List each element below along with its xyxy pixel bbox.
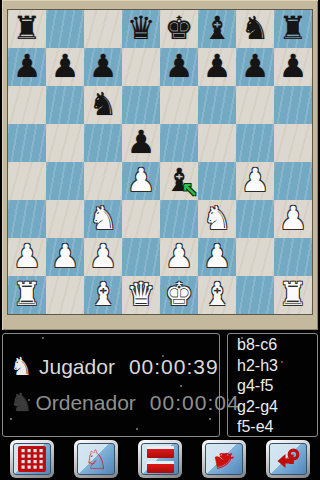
- square-a6[interactable]: [8, 86, 46, 124]
- white-pawn: ♟: [236, 162, 274, 200]
- player-label: Jugador: [39, 355, 115, 379]
- square-a5[interactable]: [8, 124, 46, 162]
- board-frame: ♜♛♚♝♞♜♟♟♟♟♟♟♟♞♟♟♝↖♟♞♞♟♟♟♟♟♟♜♝♛♚♝♜: [2, 0, 318, 330]
- square-g3[interactable]: [236, 200, 274, 238]
- square-a3[interactable]: [8, 200, 46, 238]
- pieces-button[interactable]: ♘: [74, 440, 118, 478]
- white-pawn: ♟: [8, 238, 46, 276]
- move-entry: h2-h3: [237, 356, 317, 377]
- black-pawn: ♟: [274, 48, 312, 86]
- square-c6[interactable]: ♞: [84, 86, 122, 124]
- white-knight: ♞: [198, 200, 236, 238]
- square-f3[interactable]: ♞: [198, 200, 236, 238]
- square-g8[interactable]: ♞: [236, 10, 274, 48]
- takeback-button[interactable]: [266, 440, 310, 478]
- computer-label: Ordenador: [35, 391, 135, 415]
- square-c1[interactable]: ♝: [84, 276, 122, 314]
- square-b5[interactable]: [46, 124, 84, 162]
- white-rook: ♜: [8, 276, 46, 314]
- white-rook: ♜: [274, 276, 312, 314]
- square-g6[interactable]: [236, 86, 274, 124]
- square-b2[interactable]: ♟: [46, 238, 84, 276]
- black-king: ♚: [160, 10, 198, 48]
- player-clock-row: ♞ Jugador 00:00:39: [10, 353, 219, 381]
- square-g4[interactable]: ♟: [236, 162, 274, 200]
- white-pawn: ♟: [198, 238, 236, 276]
- white-pawn: ♟: [160, 238, 198, 276]
- grid-board-icon: [18, 446, 46, 472]
- square-e5[interactable]: [160, 124, 198, 162]
- move-entry: b8-c6: [237, 335, 317, 356]
- square-d8[interactable]: ♛: [122, 10, 160, 48]
- white-knight: ♞: [84, 200, 122, 238]
- square-e8[interactable]: ♚: [160, 10, 198, 48]
- black-knight-icon: ♞: [10, 389, 32, 417]
- square-f8[interactable]: ♝: [198, 10, 236, 48]
- square-h8[interactable]: ♜: [274, 10, 312, 48]
- square-d3[interactable]: [122, 200, 160, 238]
- black-bishop: ♝: [198, 10, 236, 48]
- square-c2[interactable]: ♟: [84, 238, 122, 276]
- square-b6[interactable]: [46, 86, 84, 124]
- square-e7[interactable]: ♟: [160, 48, 198, 86]
- square-d7[interactable]: [122, 48, 160, 86]
- black-queen: ♛: [122, 10, 160, 48]
- square-f2[interactable]: ♟: [198, 238, 236, 276]
- resign-button[interactable]: ♞: [202, 440, 246, 478]
- board-button[interactable]: [10, 440, 54, 478]
- square-g7[interactable]: ♟: [236, 48, 274, 86]
- white-pawn: ♟: [84, 238, 122, 276]
- black-pawn: ♟: [46, 48, 84, 86]
- square-h3[interactable]: ♟: [274, 200, 312, 238]
- square-e3[interactable]: [160, 200, 198, 238]
- move-entry: f5-e4: [237, 417, 317, 438]
- square-c5[interactable]: [84, 124, 122, 162]
- square-h6[interactable]: [274, 86, 312, 124]
- square-d5[interactable]: ♟: [122, 124, 160, 162]
- white-king: ♚: [160, 276, 198, 314]
- square-c7[interactable]: ♟: [84, 48, 122, 86]
- black-pawn: ♟: [198, 48, 236, 86]
- fallen-knight-icon: ♞: [210, 446, 240, 474]
- black-pawn: ♟: [236, 48, 274, 86]
- move-entry: g4-f5: [237, 376, 317, 397]
- black-rook: ♜: [274, 10, 312, 48]
- square-c8[interactable]: [84, 10, 122, 48]
- black-pawn: ♟: [160, 48, 198, 86]
- square-a8[interactable]: ♜: [8, 10, 46, 48]
- last-move-arrow-icon: ↖: [181, 178, 198, 200]
- white-bishop: ♝: [84, 276, 122, 314]
- square-e6[interactable]: [160, 86, 198, 124]
- double-bar-icon: [147, 446, 174, 473]
- menu-button[interactable]: [138, 440, 182, 478]
- square-e1[interactable]: ♚: [160, 276, 198, 314]
- square-g2[interactable]: [236, 238, 274, 276]
- square-b1[interactable]: [46, 276, 84, 314]
- square-c4[interactable]: [84, 162, 122, 200]
- square-b8[interactable]: [46, 10, 84, 48]
- square-d1[interactable]: ♛: [122, 276, 160, 314]
- black-knight: ♞: [84, 86, 122, 124]
- square-b4[interactable]: [46, 162, 84, 200]
- chess-board[interactable]: ♜♛♚♝♞♜♟♟♟♟♟♟♟♞♟♟♝↖♟♞♞♟♟♟♟♟♟♜♝♛♚♝♜: [7, 9, 313, 315]
- move-list: b8-c6 h2-h3 g4-f5 g2-g4 f5-e4: [227, 333, 318, 437]
- white-pawn: ♟: [274, 200, 312, 238]
- player-time: 00:00:39: [129, 355, 219, 379]
- square-e4[interactable]: ♝↖: [160, 162, 198, 200]
- square-g1[interactable]: [236, 276, 274, 314]
- undo-arrow-icon: [275, 446, 301, 472]
- white-pawn: ♟: [46, 238, 84, 276]
- square-f5[interactable]: [198, 124, 236, 162]
- black-pawn: ♟: [122, 124, 160, 162]
- white-queen: ♛: [122, 276, 160, 314]
- computer-clock-row: ♞ Ordenador 00:00:04: [10, 389, 219, 417]
- square-h1[interactable]: ♜: [274, 276, 312, 314]
- square-h7[interactable]: ♟: [274, 48, 312, 86]
- white-pawn: ♟: [122, 162, 160, 200]
- square-d4[interactable]: ♟: [122, 162, 160, 200]
- knight-outline-icon: ♘: [84, 446, 108, 473]
- square-d2[interactable]: [122, 238, 160, 276]
- square-f7[interactable]: ♟: [198, 48, 236, 86]
- white-bishop: ♝: [198, 276, 236, 314]
- square-a2[interactable]: ♟: [8, 238, 46, 276]
- square-f1[interactable]: ♝: [198, 276, 236, 314]
- square-e2[interactable]: ♟: [160, 238, 198, 276]
- square-a1[interactable]: ♜: [8, 276, 46, 314]
- square-d6[interactable]: [122, 86, 160, 124]
- square-g5[interactable]: [236, 124, 274, 162]
- toolbar: ♘ ♞: [0, 440, 320, 480]
- square-f4[interactable]: [198, 162, 236, 200]
- black-pawn: ♟: [84, 48, 122, 86]
- square-a4[interactable]: [8, 162, 46, 200]
- move-entry: g2-g4: [237, 397, 317, 418]
- square-h2[interactable]: [274, 238, 312, 276]
- square-b7[interactable]: ♟: [46, 48, 84, 86]
- black-knight: ♞: [236, 10, 274, 48]
- white-knight-icon: ♞: [10, 353, 36, 381]
- clock-panel: ♞ Jugador 00:00:39 ♞ Ordenador 00:00:04: [2, 333, 220, 437]
- square-a7[interactable]: ♟: [8, 48, 46, 86]
- square-f6[interactable]: [198, 86, 236, 124]
- square-b3[interactable]: [46, 200, 84, 238]
- black-rook: ♜: [8, 10, 46, 48]
- square-c3[interactable]: ♞: [84, 200, 122, 238]
- black-pawn: ♟: [8, 48, 46, 86]
- square-h5[interactable]: [274, 124, 312, 162]
- square-h4[interactable]: [274, 162, 312, 200]
